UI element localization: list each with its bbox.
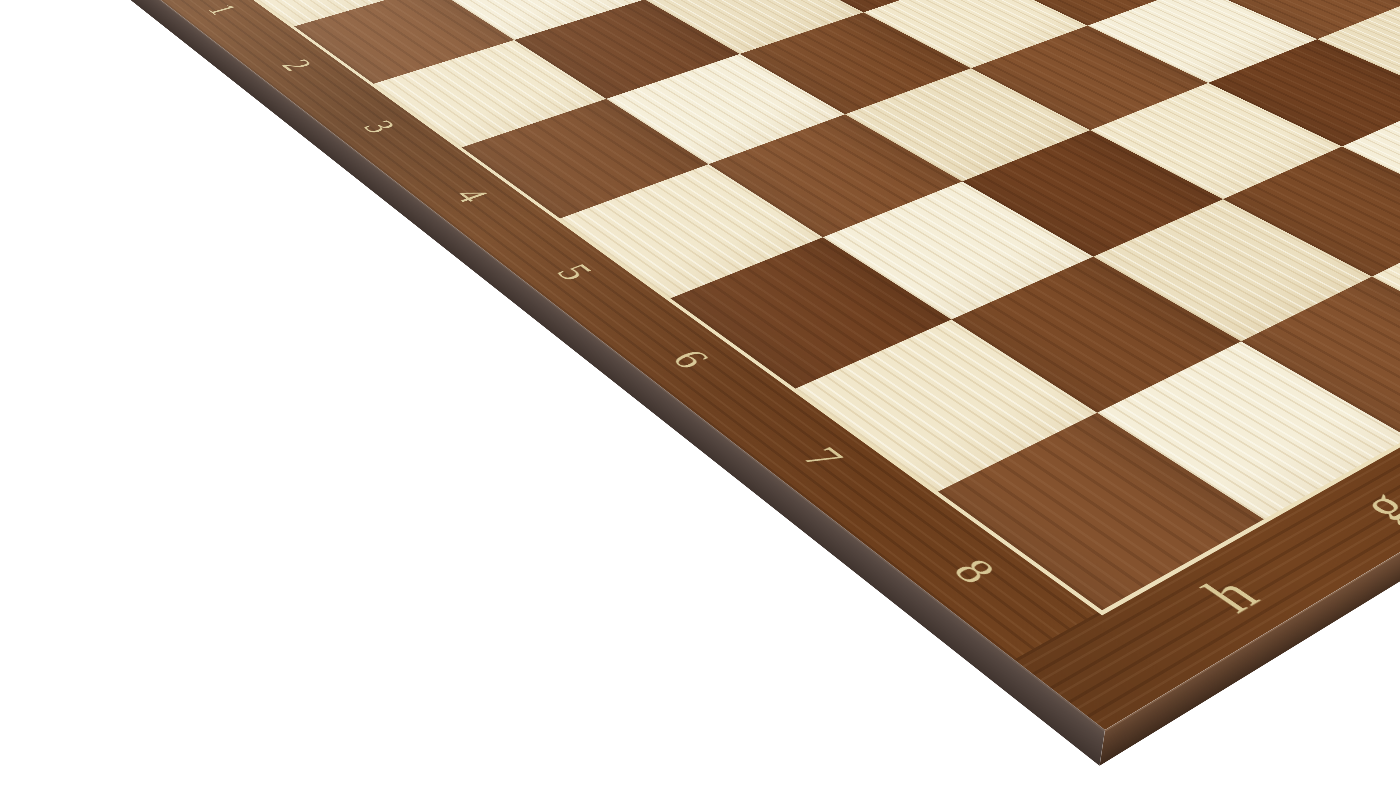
photo-scene: 12345678 hgfedcba (0, 0, 1400, 788)
board-top-surface: 12345678 hgfedcba (120, 0, 1400, 730)
chess-board: 12345678 hgfedcba (120, 0, 1400, 730)
